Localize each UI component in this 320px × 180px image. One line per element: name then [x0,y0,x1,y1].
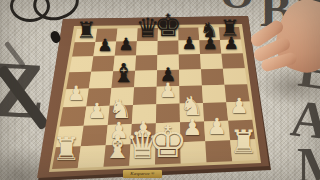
photo-frame: O B R Z E A M ♜♛♚♞♜♟♟♟♟♟♝♟♟♟♟♞♞♟♟♟♟♟♜♝♛♚… [0,0,320,180]
brand-plaque: Kasparov ® [123,170,162,178]
rug-letter-m: M [297,140,320,180]
rug-letter-o: O [220,0,254,16]
